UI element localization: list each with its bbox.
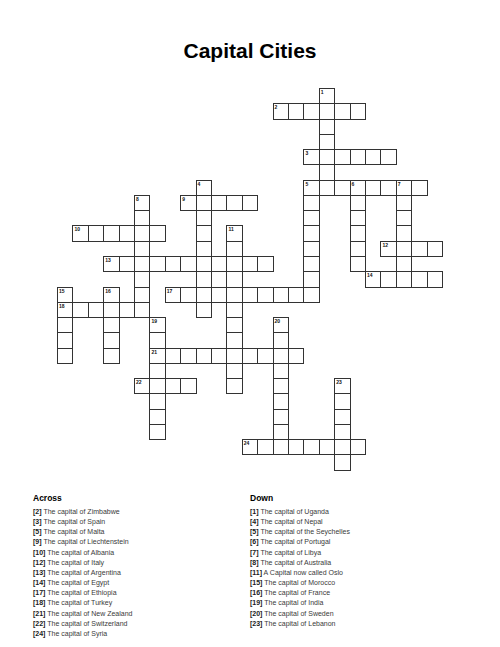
grid-cell[interactable] (180, 256, 196, 272)
grid-cell[interactable] (350, 195, 366, 211)
cell-number: 8 (136, 196, 139, 202)
grid-cell[interactable] (134, 225, 150, 241)
grid-cell[interactable] (273, 348, 289, 364)
clue-item: [7] The capital of Libya (250, 548, 465, 558)
clue-text: The capital of New Zealand (45, 610, 132, 617)
grid-cell[interactable] (288, 348, 304, 364)
clue-item: [24] The capital of Syria (33, 629, 248, 639)
grid-cell[interactable] (242, 287, 258, 303)
clue-text: The capital of Egypt (45, 579, 109, 586)
grid-cell[interactable]: 1 (319, 88, 335, 104)
clue-item: [20] The capital of Sweden (250, 609, 465, 619)
grid-cell[interactable] (103, 302, 119, 318)
clue-number: [17] (33, 589, 45, 596)
grid-cell[interactable]: 21 (149, 348, 165, 364)
grid-cell[interactable] (242, 195, 258, 211)
clue-number: [7] (250, 549, 259, 556)
clue-text: The capital of the Seychelles (259, 528, 350, 535)
cell-number: 24 (244, 440, 250, 446)
grid-cell[interactable] (242, 256, 258, 272)
clue-text: The capital of France (262, 589, 330, 596)
grid-cell[interactable] (273, 409, 289, 425)
grid-cell[interactable] (334, 149, 350, 165)
clue-item: [19] The capital of India (250, 598, 465, 608)
cell-number: 7 (398, 181, 401, 187)
grid-cell[interactable] (103, 225, 119, 241)
grid-cell[interactable] (411, 180, 427, 196)
grid-cell[interactable] (396, 256, 412, 272)
grid-cell[interactable]: 12 (380, 241, 396, 257)
cell-number: 19 (151, 318, 157, 324)
grid-cell[interactable] (211, 348, 227, 364)
grid-cell[interactable] (396, 195, 412, 211)
clue-number: [5] (33, 528, 42, 535)
grid-cell[interactable] (288, 439, 304, 455)
grid-cell[interactable] (134, 210, 150, 226)
clue-number: [15] (250, 579, 262, 586)
cell-number: 22 (136, 379, 142, 385)
grid-cell[interactable] (334, 103, 350, 119)
cell-number: 21 (151, 349, 157, 355)
grid-cell[interactable] (350, 225, 366, 241)
grid-cell[interactable] (273, 439, 289, 455)
clue-number: [2] (33, 508, 42, 515)
grid-cell[interactable] (365, 149, 381, 165)
crossword-grid: 123456789101112131415161718192021222324 (57, 88, 443, 470)
grid-cell[interactable] (226, 378, 242, 394)
grid-cell[interactable] (196, 195, 212, 211)
grid-cell[interactable] (257, 348, 273, 364)
grid-cell[interactable]: 22 (134, 378, 150, 394)
grid-cell[interactable] (303, 225, 319, 241)
grid-cell[interactable] (396, 210, 412, 226)
across-header: Across (33, 493, 248, 504)
clue-text: The capital of Lebanon (262, 620, 335, 627)
grid-cell[interactable] (396, 225, 412, 241)
clue-number: [4] (250, 518, 259, 525)
clue-number: [1] (250, 508, 259, 515)
grid-cell[interactable] (165, 378, 181, 394)
grid-cell[interactable]: 18 (57, 302, 73, 318)
grid-cell[interactable] (103, 332, 119, 348)
grid-cell[interactable] (273, 378, 289, 394)
grid-cell[interactable] (149, 378, 165, 394)
grid-cell[interactable] (103, 317, 119, 333)
cell-number: 16 (105, 288, 111, 294)
grid-cell[interactable] (57, 332, 73, 348)
cell-number: 10 (74, 226, 80, 232)
grid-cell[interactable] (427, 271, 443, 287)
grid-cell[interactable]: 17 (165, 287, 181, 303)
grid-cell[interactable] (350, 439, 366, 455)
grid-cell[interactable] (149, 363, 165, 379)
clue-item: [8] The capital of Australia (250, 558, 465, 568)
puzzle-title: Capital Cities (0, 39, 500, 63)
clue-text: The capital of Liechtenstein (42, 538, 129, 545)
grid-cell[interactable] (180, 287, 196, 303)
grid-cell[interactable] (196, 256, 212, 272)
grid-cell[interactable] (149, 332, 165, 348)
page: Capital Cities 1234567891011121314151617… (0, 0, 500, 647)
clue-text: The capital of Syria (45, 630, 107, 637)
cell-number: 18 (59, 303, 65, 309)
grid-cell[interactable] (196, 271, 212, 287)
grid-cell[interactable] (226, 271, 242, 287)
clue-text: The capital of Sweden (262, 610, 333, 617)
grid-cell[interactable] (303, 210, 319, 226)
grid-cell[interactable] (334, 180, 350, 196)
cell-number: 20 (275, 318, 281, 324)
grid-cell[interactable] (334, 439, 350, 455)
grid-cell[interactable] (273, 363, 289, 379)
clue-number: [12] (33, 559, 45, 566)
down-clue-list: [1] The capital of Uganda[4] The capital… (250, 507, 465, 629)
grid-cell[interactable] (288, 287, 304, 303)
clue-item: [5] The capital of Malta (33, 527, 248, 537)
grid-cell[interactable] (303, 287, 319, 303)
grid-cell[interactable] (334, 409, 350, 425)
clue-item: [1] The capital of Uganda (250, 507, 465, 517)
grid-cell[interactable] (196, 210, 212, 226)
grid-cell[interactable]: 3 (303, 149, 319, 165)
grid-cell[interactable] (350, 241, 366, 257)
grid-cell[interactable] (303, 271, 319, 287)
clue-item: [22] The capital of Switzerland (33, 619, 248, 629)
clue-text: The capital of Australia (259, 559, 332, 566)
grid-cell[interactable] (288, 103, 304, 119)
grid-cell[interactable] (226, 241, 242, 257)
grid-cell[interactable] (134, 256, 150, 272)
clue-text: The capital of Ethiopia (45, 589, 116, 596)
clue-number: [23] (250, 620, 262, 627)
grid-cell[interactable] (273, 393, 289, 409)
grid-cell[interactable]: 9 (180, 195, 196, 211)
clue-text: The capital of Switzerland (45, 620, 127, 627)
clue-text: The capital of Portugal (259, 538, 331, 545)
clue-number: [5] (250, 528, 259, 535)
grid-cell[interactable] (303, 256, 319, 272)
grid-cell[interactable] (196, 225, 212, 241)
cell-number: 3 (305, 150, 308, 156)
clue-text: The capital of Morocco (262, 579, 335, 586)
down-header: Down (250, 493, 465, 504)
grid-cell[interactable]: 24 (242, 439, 258, 455)
grid-cell[interactable] (380, 271, 396, 287)
cell-number: 14 (367, 272, 373, 278)
grid-cell[interactable] (134, 302, 150, 318)
clue-number: [14] (33, 579, 45, 586)
grid-cell[interactable] (319, 103, 335, 119)
grid-cell[interactable] (149, 256, 165, 272)
clues-down-section: Down [1] The capital of Uganda[4] The ca… (250, 493, 465, 629)
cell-number: 1 (321, 89, 324, 95)
grid-cell[interactable] (365, 180, 381, 196)
clue-number: [16] (250, 589, 262, 596)
cell-number: 13 (105, 257, 111, 263)
clue-number: [18] (33, 599, 45, 606)
grid-cell[interactable]: 2 (273, 103, 289, 119)
clue-number: [3] (33, 518, 42, 525)
cell-number: 6 (352, 181, 355, 187)
grid-cell[interactable] (396, 271, 412, 287)
grid-cell[interactable]: 16 (103, 287, 119, 303)
clue-item: [3] The capital of Spain (33, 517, 248, 527)
grid-cell[interactable] (103, 348, 119, 364)
clue-item: [2] The capital of Zimbabwe (33, 507, 248, 517)
grid-cell[interactable] (396, 241, 412, 257)
clue-text: The capital of Zimbabwe (42, 508, 120, 515)
grid-cell[interactable] (319, 180, 335, 196)
grid-cell[interactable] (257, 439, 273, 455)
clues-across-section: Across [2] The capital of Zimbabwe[3] Th… (33, 493, 248, 639)
clue-text: A Capital now called Oslo (262, 569, 343, 576)
clue-number: [20] (250, 610, 262, 617)
clue-item: [11] A Capital now called Oslo (250, 568, 465, 578)
grid-cell[interactable]: 19 (149, 317, 165, 333)
grid-cell[interactable] (273, 424, 289, 440)
grid-cell[interactable] (380, 149, 396, 165)
cell-number: 17 (167, 288, 173, 294)
grid-cell[interactable] (319, 149, 335, 165)
grid-cell[interactable] (88, 225, 104, 241)
clue-number: [11] (250, 569, 262, 576)
grid-cell[interactable] (350, 210, 366, 226)
grid-cell[interactable] (211, 256, 227, 272)
clue-text: The capital of Spain (42, 518, 106, 525)
grid-cell[interactable] (226, 363, 242, 379)
grid-cell[interactable] (427, 241, 443, 257)
clue-number: [13] (33, 569, 45, 576)
clue-number: [21] (33, 610, 45, 617)
grid-cell[interactable] (196, 241, 212, 257)
grid-cell[interactable] (411, 241, 427, 257)
clue-item: [9] The capital of Liechtenstein (33, 537, 248, 547)
clue-text: The capital of Argentina (45, 569, 120, 576)
clue-item: [4] The capital of Nepal (250, 517, 465, 527)
grid-cell[interactable] (226, 317, 242, 333)
grid-cell[interactable] (257, 256, 273, 272)
clue-number: [10] (33, 549, 45, 556)
grid-cell[interactable] (72, 302, 88, 318)
grid-cell[interactable] (134, 241, 150, 257)
clue-text: The capital of Uganda (259, 508, 329, 515)
grid-cell[interactable] (303, 439, 319, 455)
clue-item: [5] The capital of the Seychelles (250, 527, 465, 537)
clue-number: [8] (250, 559, 259, 566)
clue-item: [23] The capital of Lebanon (250, 619, 465, 629)
grid-cell[interactable] (319, 134, 335, 150)
grid-cell[interactable] (119, 302, 135, 318)
grid-cell[interactable] (119, 225, 135, 241)
grid-cell[interactable] (149, 225, 165, 241)
clue-number: [6] (250, 538, 259, 545)
clue-text: The capital of Libya (259, 549, 322, 556)
grid-cell[interactable] (149, 393, 165, 409)
grid-cell[interactable] (226, 302, 242, 318)
across-clue-list: [2] The capital of Zimbabwe[3] The capit… (33, 507, 248, 639)
cell-number: 2 (275, 104, 278, 110)
grid-cell[interactable] (119, 256, 135, 272)
clue-text: The capital of India (262, 599, 323, 606)
grid-cell[interactable]: 10 (72, 225, 88, 241)
grid-cell[interactable] (165, 348, 181, 364)
grid-cell[interactable] (334, 393, 350, 409)
grid-cell[interactable] (226, 195, 242, 211)
clue-item: [18] The capital of Turkey (33, 598, 248, 608)
grid-cell[interactable] (380, 180, 396, 196)
clue-item: [13] The capital of Argentina (33, 568, 248, 578)
grid-cell[interactable] (273, 287, 289, 303)
clue-number: [22] (33, 620, 45, 627)
clue-item: [12] The capital of Italy (33, 558, 248, 568)
cell-number: 12 (382, 242, 388, 248)
grid-cell[interactable] (149, 424, 165, 440)
grid-cell[interactable]: 5 (303, 180, 319, 196)
clue-text: The capital of Malta (42, 528, 105, 535)
grid-cell[interactable] (149, 409, 165, 425)
clue-item: [15] The capital of Morocco (250, 578, 465, 588)
grid-cell[interactable] (226, 348, 242, 364)
grid-cell[interactable] (165, 256, 181, 272)
clue-number: [9] (33, 538, 42, 545)
grid-cell[interactable] (319, 119, 335, 135)
grid-cell[interactable] (303, 241, 319, 257)
clue-item: [21] The capital of New Zealand (33, 609, 248, 619)
cell-number: 23 (336, 379, 342, 385)
grid-cell[interactable] (211, 287, 227, 303)
grid-cell[interactable] (226, 256, 242, 272)
clue-text: The capital of Albania (45, 549, 114, 556)
clue-text: The capital of Nepal (259, 518, 323, 525)
grid-cell[interactable]: 7 (396, 180, 412, 196)
clue-item: [10] The capital of Albania (33, 548, 248, 558)
grid-cell[interactable] (211, 195, 227, 211)
grid-cell[interactable] (273, 332, 289, 348)
grid-cell[interactable] (226, 287, 242, 303)
grid-cell[interactable] (134, 271, 150, 287)
clue-item: [16] The capital of France (250, 588, 465, 598)
grid-cell[interactable] (196, 302, 212, 318)
grid-cell[interactable] (334, 424, 350, 440)
grid-cell[interactable]: 14 (365, 271, 381, 287)
clue-text: The capital of Turkey (45, 599, 112, 606)
grid-cell[interactable] (242, 348, 258, 364)
grid-cell[interactable]: 4 (196, 180, 212, 196)
grid-cell[interactable] (319, 164, 335, 180)
grid-cell[interactable] (411, 271, 427, 287)
clue-item: [17] The capital of Ethiopia (33, 588, 248, 598)
cell-number: 15 (59, 288, 65, 294)
grid-cell[interactable] (319, 439, 335, 455)
grid-cell[interactable] (350, 103, 366, 119)
clue-item: [14] The capital of Egypt (33, 578, 248, 588)
clue-text: The capital of Italy (45, 559, 104, 566)
grid-cell[interactable]: 6 (350, 180, 366, 196)
grid-cell[interactable]: 8 (134, 195, 150, 211)
grid-cell[interactable] (226, 332, 242, 348)
grid-cell[interactable] (180, 378, 196, 394)
grid-cell[interactable] (134, 287, 150, 303)
cell-number: 11 (228, 226, 233, 232)
grid-cell[interactable] (88, 302, 104, 318)
grid-cell[interactable]: 13 (103, 256, 119, 272)
grid-cell[interactable] (334, 454, 350, 470)
grid-cell[interactable] (196, 287, 212, 303)
clue-item: [6] The capital of Portugal (250, 537, 465, 547)
grid-cell[interactable] (257, 287, 273, 303)
grid-cell[interactable]: 23 (334, 378, 350, 394)
cell-number: 9 (182, 196, 185, 202)
grid-cell[interactable] (303, 103, 319, 119)
clue-number: [19] (250, 599, 262, 606)
grid-cell[interactable] (303, 195, 319, 211)
grid-cell[interactable] (350, 256, 366, 272)
grid-cell[interactable]: 11 (226, 225, 242, 241)
grid-cell[interactable] (57, 317, 73, 333)
grid-cell[interactable] (350, 149, 366, 165)
grid-cell[interactable] (180, 348, 196, 364)
cell-number: 5 (305, 181, 308, 187)
grid-cell[interactable] (57, 348, 73, 364)
clue-number: [24] (33, 630, 45, 637)
cell-number: 4 (198, 181, 201, 187)
grid-cell[interactable]: 20 (273, 317, 289, 333)
grid-cell[interactable]: 15 (57, 287, 73, 303)
grid-cell[interactable] (196, 348, 212, 364)
